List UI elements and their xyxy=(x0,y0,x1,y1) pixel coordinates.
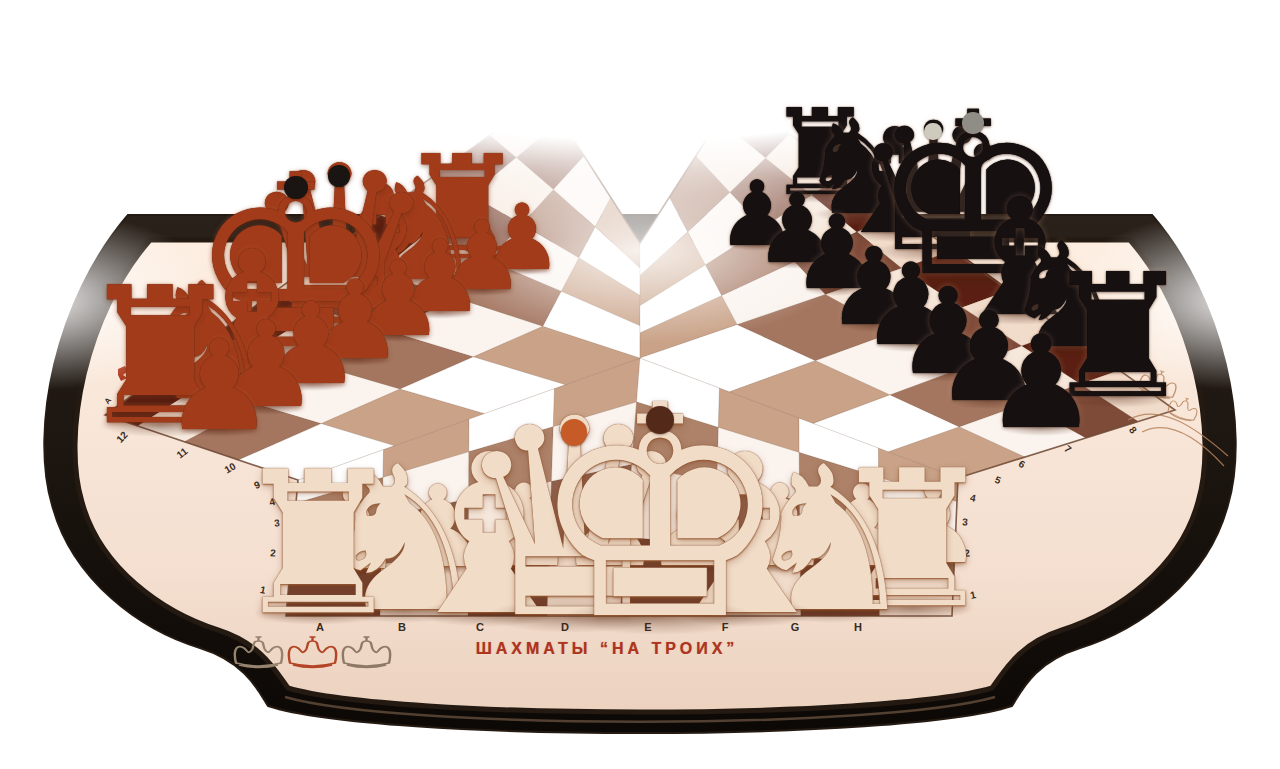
pieces-layer: ♜♞♝♛♚♝♞♜♟♟♟♟♟♟♟♟♜♞♝♚♛♝♞♜♟♟♟♟♟♟♟♟♜♞♝♛♚♝♞♜… xyxy=(0,0,1280,769)
board-photo-stage: ШАХМАТЫ “НА ТРОИХ” ABCDEFGH1211109432112… xyxy=(0,0,1280,769)
white-king[interactable]: ♚ xyxy=(514,367,807,660)
black-pawn[interactable]: ♟ xyxy=(977,319,1105,447)
